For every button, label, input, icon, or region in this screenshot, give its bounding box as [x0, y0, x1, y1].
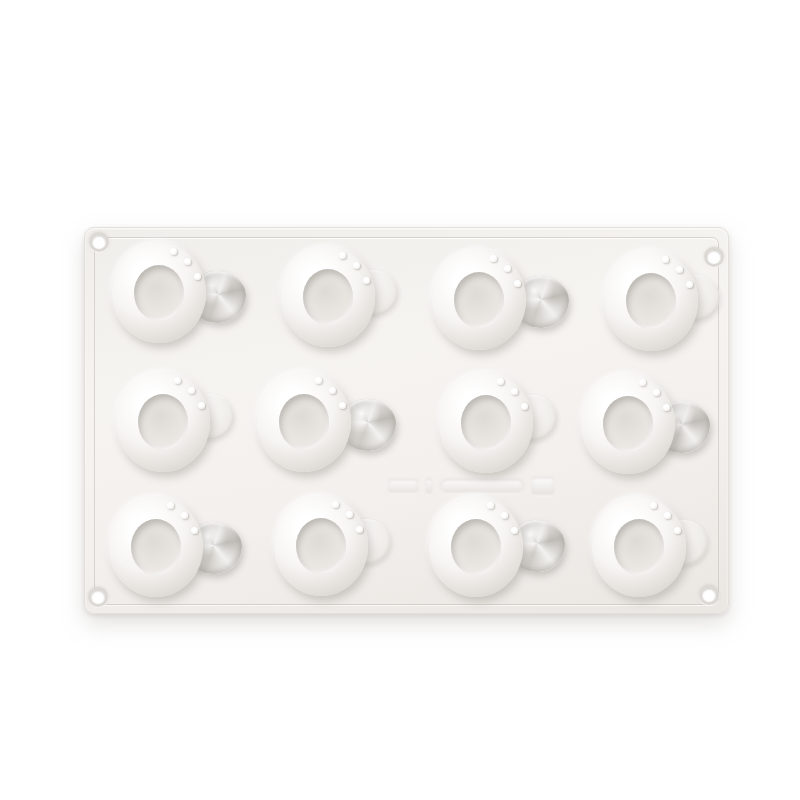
- ring-cavity: [257, 372, 351, 472]
- prong-bump: [511, 388, 518, 395]
- prong-bump: [191, 527, 198, 534]
- prong-bump: [339, 402, 346, 409]
- ring-cavity-center: [131, 519, 181, 575]
- ring-cavity-center: [279, 394, 329, 450]
- prong-bump: [353, 262, 360, 269]
- embossed-logo-divider: [426, 478, 432, 494]
- corner-hole: [699, 585, 719, 605]
- ring-cavity-center: [134, 265, 184, 321]
- prong-bump: [181, 512, 188, 519]
- prong-bump: [504, 265, 511, 272]
- prong-bump: [339, 252, 346, 259]
- ring-cavity: [112, 243, 206, 343]
- prong-bump: [663, 404, 670, 411]
- prong-bump: [174, 377, 181, 384]
- prong-bump: [346, 511, 353, 518]
- prong-bump: [184, 258, 191, 265]
- embossed-logo-text: [440, 479, 524, 493]
- corner-hole: [704, 247, 724, 267]
- ring-cavity: [274, 496, 368, 596]
- prong-bump: [639, 379, 646, 386]
- prong-bump: [653, 389, 660, 396]
- ring-cavity: [439, 373, 533, 473]
- ring-cavity: [429, 497, 523, 597]
- ring-cavity-center: [454, 272, 504, 328]
- prong-bump: [676, 266, 683, 273]
- silicone-mold: [84, 227, 729, 614]
- ring-cavity: [432, 250, 526, 350]
- product-photo: [0, 0, 800, 800]
- ring-cavity: [116, 372, 210, 472]
- ring-cavity-center: [138, 394, 188, 450]
- prong-bump: [487, 502, 494, 509]
- prong-bump: [315, 377, 322, 384]
- corner-hole: [88, 587, 108, 607]
- ring-cavity: [109, 497, 203, 597]
- prong-bump: [650, 502, 657, 509]
- prong-bump: [188, 387, 195, 394]
- prong-bump: [497, 378, 504, 385]
- prong-bump: [514, 280, 521, 287]
- corner-hole: [89, 232, 109, 252]
- prong-bump: [194, 273, 201, 280]
- prong-bump: [198, 402, 205, 409]
- prong-bump: [521, 403, 528, 410]
- prong-bump: [511, 527, 518, 534]
- ring-cavity: [281, 247, 375, 347]
- embossed-logo: [388, 473, 563, 499]
- prong-bump: [664, 512, 671, 519]
- prong-bump: [332, 501, 339, 508]
- prong-bump: [170, 248, 177, 255]
- ring-cavity-center: [626, 273, 676, 329]
- ring-cavity-center: [614, 519, 664, 575]
- prong-bump: [329, 387, 336, 394]
- prong-bump: [662, 256, 669, 263]
- prong-bump: [356, 526, 363, 533]
- ring-cavity-center: [296, 518, 346, 574]
- ring-cavity: [581, 374, 675, 474]
- prong-bump: [363, 277, 370, 284]
- ring-cavity: [604, 251, 698, 351]
- prong-bump: [686, 281, 693, 288]
- ring-cavity: [592, 497, 686, 597]
- prong-bump: [167, 502, 174, 509]
- ring-cavity-center: [461, 395, 511, 451]
- prong-bump: [674, 527, 681, 534]
- embossed-logo-mark: [388, 479, 418, 493]
- embossed-logo-seal: [532, 477, 554, 495]
- prong-bump: [501, 512, 508, 519]
- ring-cavity-center: [303, 269, 353, 325]
- ring-cavity-center: [451, 519, 501, 575]
- prong-bump: [490, 255, 497, 262]
- ring-cavity-center: [603, 396, 653, 452]
